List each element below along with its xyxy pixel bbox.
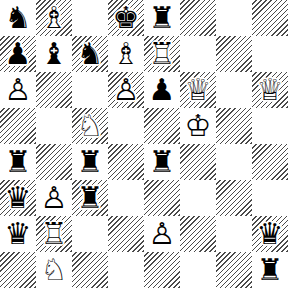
- square-d3[interactable]: [108, 180, 144, 216]
- square-g5[interactable]: [216, 108, 252, 144]
- square-b7[interactable]: ♝♝: [36, 36, 72, 72]
- square-f5[interactable]: ♚♔: [180, 108, 216, 144]
- square-f4[interactable]: [180, 144, 216, 180]
- square-a8[interactable]: ♞♞: [0, 0, 36, 36]
- square-h7[interactable]: [252, 36, 288, 72]
- square-b2[interactable]: ♜♖: [36, 216, 72, 252]
- black-rook-piece: ♜: [144, 144, 180, 180]
- square-f3[interactable]: [180, 180, 216, 216]
- square-e6[interactable]: ♟♟: [144, 72, 180, 108]
- piece-halo: ♞: [72, 108, 108, 144]
- square-c6[interactable]: [72, 72, 108, 108]
- square-g1[interactable]: [216, 252, 252, 288]
- square-h4[interactable]: [252, 144, 288, 180]
- white-rook-piece: ♖: [144, 36, 180, 72]
- square-d6[interactable]: ♟♙: [108, 72, 144, 108]
- white-pawn-piece: ♙: [108, 72, 144, 108]
- square-e1[interactable]: [144, 252, 180, 288]
- black-rook-piece: ♜: [0, 144, 36, 180]
- piece-halo: ♚: [108, 0, 144, 36]
- square-b8[interactable]: ♝♗: [36, 0, 72, 36]
- square-a4[interactable]: ♜♜: [0, 144, 36, 180]
- piece-halo: ♜: [0, 144, 36, 180]
- square-d4[interactable]: [108, 144, 144, 180]
- square-h2[interactable]: ♛♛: [252, 216, 288, 252]
- white-pawn-piece: ♙: [0, 72, 36, 108]
- black-knight-piece: ♞: [72, 36, 108, 72]
- piece-halo: ♟: [144, 216, 180, 252]
- square-a7[interactable]: ♟♟: [0, 36, 36, 72]
- piece-halo: ♜: [144, 144, 180, 180]
- black-rook-piece: ♜: [72, 180, 108, 216]
- square-a6[interactable]: ♟♙: [0, 72, 36, 108]
- square-b1[interactable]: ♞♘: [36, 252, 72, 288]
- piece-halo: ♞: [36, 252, 72, 288]
- black-pawn-piece: ♟: [144, 72, 180, 108]
- piece-halo: ♛: [252, 216, 288, 252]
- black-knight-piece: ♞: [0, 0, 36, 36]
- square-a1[interactable]: [0, 252, 36, 288]
- square-g7[interactable]: [216, 36, 252, 72]
- square-c1[interactable]: [72, 252, 108, 288]
- piece-halo: ♛: [180, 72, 216, 108]
- square-c4[interactable]: ♜♜: [72, 144, 108, 180]
- square-a5[interactable]: [0, 108, 36, 144]
- square-h8[interactable]: [252, 0, 288, 36]
- square-a2[interactable]: ♛♛: [0, 216, 36, 252]
- piece-halo: ♝: [108, 36, 144, 72]
- square-c7[interactable]: ♞♞: [72, 36, 108, 72]
- black-bishop-piece: ♝: [36, 36, 72, 72]
- square-d5[interactable]: [108, 108, 144, 144]
- square-h1[interactable]: ♜♜: [252, 252, 288, 288]
- square-f6[interactable]: ♛♕: [180, 72, 216, 108]
- black-rook-piece: ♜: [252, 252, 288, 288]
- piece-halo: ♝: [36, 36, 72, 72]
- square-g2[interactable]: [216, 216, 252, 252]
- square-b3[interactable]: ♟♙: [36, 180, 72, 216]
- white-bishop-piece: ♗: [108, 36, 144, 72]
- square-e7[interactable]: ♜♖: [144, 36, 180, 72]
- square-b4[interactable]: [36, 144, 72, 180]
- piece-halo: ♟: [36, 180, 72, 216]
- square-g4[interactable]: [216, 144, 252, 180]
- piece-halo: ♞: [72, 36, 108, 72]
- square-d8[interactable]: ♚♚: [108, 0, 144, 36]
- piece-halo: ♜: [72, 144, 108, 180]
- white-queen-piece: ♕: [252, 72, 288, 108]
- square-e8[interactable]: ♜♜: [144, 0, 180, 36]
- square-f1[interactable]: [180, 252, 216, 288]
- square-c8[interactable]: [72, 0, 108, 36]
- black-queen-piece: ♛: [0, 180, 36, 216]
- piece-halo: ♜: [72, 180, 108, 216]
- square-c5[interactable]: ♞♘: [72, 108, 108, 144]
- white-pawn-piece: ♙: [144, 216, 180, 252]
- piece-halo: ♞: [0, 0, 36, 36]
- square-f8[interactable]: [180, 0, 216, 36]
- black-king-piece: ♚: [108, 0, 144, 36]
- square-h5[interactable]: [252, 108, 288, 144]
- piece-halo: ♛: [252, 72, 288, 108]
- square-c2[interactable]: [72, 216, 108, 252]
- square-f7[interactable]: [180, 36, 216, 72]
- piece-halo: ♜: [144, 0, 180, 36]
- chess-board: ♞♞♝♗♚♚♜♜♟♟♝♝♞♞♝♗♜♖♟♙♟♙♟♟♛♕♛♕♞♘♚♔♜♜♜♜♜♜♛♛…: [0, 0, 288, 288]
- square-e2[interactable]: ♟♙: [144, 216, 180, 252]
- black-rook-piece: ♜: [144, 0, 180, 36]
- square-h6[interactable]: ♛♕: [252, 72, 288, 108]
- black-queen-piece: ♛: [252, 216, 288, 252]
- square-e3[interactable]: [144, 180, 180, 216]
- square-h3[interactable]: [252, 180, 288, 216]
- white-pawn-piece: ♙: [36, 180, 72, 216]
- black-rook-piece: ♜: [72, 144, 108, 180]
- square-d2[interactable]: [108, 216, 144, 252]
- piece-halo: ♟: [108, 72, 144, 108]
- square-a3[interactable]: ♛♛: [0, 180, 36, 216]
- square-e5[interactable]: [144, 108, 180, 144]
- square-b5[interactable]: [36, 108, 72, 144]
- piece-halo: ♟: [144, 72, 180, 108]
- piece-halo: ♛: [0, 180, 36, 216]
- square-g6[interactable]: [216, 72, 252, 108]
- piece-halo: ♛: [0, 216, 36, 252]
- black-pawn-piece: ♟: [0, 36, 36, 72]
- square-d1[interactable]: [108, 252, 144, 288]
- square-f2[interactable]: [180, 216, 216, 252]
- square-c3[interactable]: ♜♜: [72, 180, 108, 216]
- piece-halo: ♜: [36, 216, 72, 252]
- piece-halo: ♜: [144, 36, 180, 72]
- white-king-piece: ♔: [180, 108, 216, 144]
- square-g3[interactable]: [216, 180, 252, 216]
- piece-halo: ♝: [36, 0, 72, 36]
- square-d7[interactable]: ♝♗: [108, 36, 144, 72]
- square-e4[interactable]: ♜♜: [144, 144, 180, 180]
- white-queen-piece: ♕: [180, 72, 216, 108]
- piece-halo: ♟: [0, 36, 36, 72]
- white-knight-piece: ♘: [36, 252, 72, 288]
- square-b6[interactable]: [36, 72, 72, 108]
- piece-halo: ♟: [0, 72, 36, 108]
- piece-halo: ♚: [180, 108, 216, 144]
- white-knight-piece: ♘: [72, 108, 108, 144]
- white-bishop-piece: ♗: [36, 0, 72, 36]
- white-rook-piece: ♖: [36, 216, 72, 252]
- black-queen-piece: ♛: [0, 216, 36, 252]
- square-g8[interactable]: [216, 0, 252, 36]
- piece-halo: ♜: [252, 252, 288, 288]
